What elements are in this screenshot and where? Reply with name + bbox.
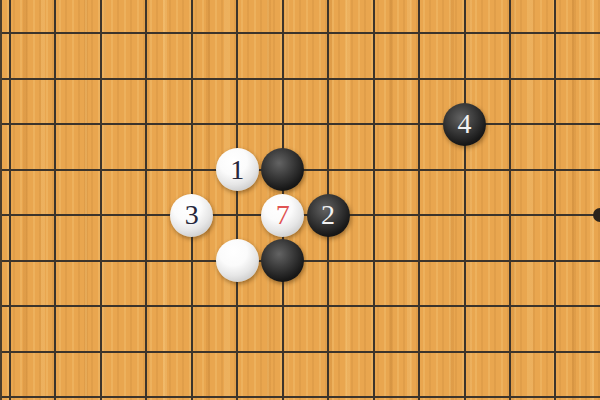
star-point (593, 208, 600, 222)
black-stone (261, 239, 304, 282)
white-stone-move-7: 7 (261, 194, 304, 237)
white-stone-move-1: 1 (216, 148, 259, 191)
white-stone-move-3: 3 (170, 194, 213, 237)
black-stone-move-4: 4 (443, 103, 486, 146)
move-number-label: 3 (185, 201, 199, 229)
go-board[interactable]: 13724 (0, 0, 600, 400)
black-stone-move-2: 2 (307, 194, 350, 237)
move-number-label: 4 (457, 110, 471, 138)
move-number-label: 2 (321, 201, 335, 229)
move-number-label: 7 (276, 201, 290, 229)
move-number-label: 1 (230, 156, 244, 184)
white-stone (216, 239, 259, 282)
stones-layer: 13724 (0, 10, 578, 400)
black-stone (261, 148, 304, 191)
